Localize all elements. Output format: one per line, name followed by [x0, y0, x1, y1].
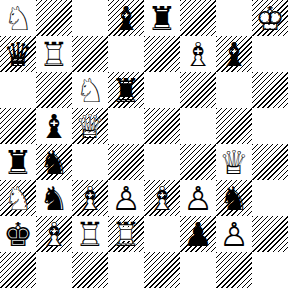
square-c3[interactable]: ♝♗ — [72, 180, 108, 216]
square-c5[interactable]: ♛♕ — [72, 108, 108, 144]
piece-glyph: ♜ — [0, 144, 36, 180]
square-d2[interactable]: ♜♖ — [108, 216, 144, 252]
piece-glyph: ♖ — [36, 36, 72, 72]
piece-black-pawn-f2[interactable]: ♟ — [180, 216, 216, 252]
square-h5[interactable] — [252, 108, 288, 144]
square-g4[interactable]: ♛♕ — [216, 144, 252, 180]
square-b3[interactable]: ♞ — [36, 180, 72, 216]
piece-glyph: ♜ — [108, 72, 144, 108]
piece-glyph: ♞ — [36, 180, 72, 216]
piece-glyph: ♘ — [72, 72, 108, 108]
piece-black-knight-b3[interactable]: ♞ — [36, 180, 72, 216]
square-h4[interactable] — [252, 144, 288, 180]
square-e5[interactable] — [144, 108, 180, 144]
piece-glyph: ♕ — [72, 108, 108, 144]
square-g5[interactable] — [216, 108, 252, 144]
square-d4[interactable] — [108, 144, 144, 180]
piece-glyph: ♗ — [36, 216, 72, 252]
piece-glyph: ♟ — [180, 216, 216, 252]
square-d8[interactable]: ♝ — [108, 0, 144, 36]
square-f2[interactable]: ♟ — [180, 216, 216, 252]
square-a5[interactable] — [0, 108, 36, 144]
square-h3[interactable] — [252, 180, 288, 216]
piece-glyph: ♙ — [180, 180, 216, 216]
piece-white-pawn-f3[interactable]: ♟♙ — [180, 180, 216, 216]
square-f3[interactable]: ♟♙ — [180, 180, 216, 216]
square-e2[interactable] — [144, 216, 180, 252]
square-g1[interactable] — [216, 252, 252, 288]
square-g6[interactable] — [216, 72, 252, 108]
square-g2[interactable]: ♟♙ — [216, 216, 252, 252]
square-f4[interactable] — [180, 144, 216, 180]
square-d5[interactable] — [108, 108, 144, 144]
piece-glyph: ♞ — [216, 180, 252, 216]
piece-white-bishop-b2[interactable]: ♝♗ — [36, 216, 72, 252]
square-c7[interactable] — [72, 36, 108, 72]
piece-black-knight-g3[interactable]: ♞ — [216, 180, 252, 216]
square-d1[interactable] — [108, 252, 144, 288]
square-b5[interactable]: ♝ — [36, 108, 72, 144]
piece-white-pawn-d3[interactable]: ♟♙ — [108, 180, 144, 216]
piece-glyph: ♔ — [252, 0, 288, 36]
square-a7[interactable]: ♛ — [0, 36, 36, 72]
piece-white-queen-c5[interactable]: ♛♕ — [72, 108, 108, 144]
piece-glyph: ♙ — [108, 180, 144, 216]
piece-black-knight-b4[interactable]: ♞ — [36, 144, 72, 180]
square-e7[interactable] — [144, 36, 180, 72]
square-e1[interactable] — [144, 252, 180, 288]
square-d3[interactable]: ♟♙ — [108, 180, 144, 216]
piece-black-rook-e8[interactable]: ♜ — [144, 0, 180, 36]
square-a6[interactable] — [0, 72, 36, 108]
piece-glyph: ♚ — [0, 216, 36, 252]
piece-white-king-h8[interactable]: ♚♔ — [252, 0, 288, 36]
piece-glyph: ♘ — [0, 180, 36, 216]
square-c6[interactable]: ♞♘ — [72, 72, 108, 108]
square-h8[interactable]: ♚♔ — [252, 0, 288, 36]
square-g8[interactable] — [216, 0, 252, 36]
square-b2[interactable]: ♝♗ — [36, 216, 72, 252]
piece-glyph: ♖ — [72, 216, 108, 252]
piece-white-knight-a3[interactable]: ♞♘ — [0, 180, 36, 216]
square-a4[interactable]: ♜ — [0, 144, 36, 180]
square-b7[interactable]: ♜♖ — [36, 36, 72, 72]
square-e4[interactable] — [144, 144, 180, 180]
square-h1[interactable] — [252, 252, 288, 288]
piece-glyph: ♗ — [180, 36, 216, 72]
chess-board: ♞♘♝♜♚♔♛♜♖♝♗♝♞♘♜♝♛♕♜♞♛♕♞♘♞♝♗♟♙♝♗♟♙♞♚♝♗♜♖♜… — [0, 0, 288, 288]
square-a2[interactable]: ♚ — [0, 216, 36, 252]
square-g3[interactable]: ♞ — [216, 180, 252, 216]
square-h6[interactable] — [252, 72, 288, 108]
square-f8[interactable] — [180, 0, 216, 36]
piece-glyph: ♖ — [108, 216, 144, 252]
square-f5[interactable] — [180, 108, 216, 144]
piece-black-queen-a7[interactable]: ♛ — [0, 36, 36, 72]
piece-glyph: ♛ — [0, 36, 36, 72]
piece-white-bishop-c3[interactable]: ♝♗ — [72, 180, 108, 216]
square-f1[interactable] — [180, 252, 216, 288]
square-a1[interactable] — [0, 252, 36, 288]
piece-white-pawn-g2[interactable]: ♟♙ — [216, 216, 252, 252]
piece-white-rook-b7[interactable]: ♜♖ — [36, 36, 72, 72]
piece-white-queen-g4[interactable]: ♛♕ — [216, 144, 252, 180]
square-b8[interactable] — [36, 0, 72, 36]
piece-glyph: ♞ — [36, 144, 72, 180]
piece-black-bishop-b5[interactable]: ♝ — [36, 108, 72, 144]
square-b6[interactable] — [36, 72, 72, 108]
piece-glyph: ♙ — [216, 216, 252, 252]
square-g7[interactable]: ♝ — [216, 36, 252, 72]
piece-glyph: ♝ — [108, 0, 144, 36]
square-c1[interactable] — [72, 252, 108, 288]
piece-glyph: ♗ — [72, 180, 108, 216]
piece-black-bishop-g7[interactable]: ♝ — [216, 36, 252, 72]
piece-glyph: ♜ — [144, 0, 180, 36]
square-f7[interactable]: ♝♗ — [180, 36, 216, 72]
piece-black-rook-d6[interactable]: ♜ — [108, 72, 144, 108]
square-h2[interactable] — [252, 216, 288, 252]
piece-glyph: ♝ — [216, 36, 252, 72]
piece-glyph: ♗ — [144, 180, 180, 216]
piece-black-rook-a4[interactable]: ♜ — [0, 144, 36, 180]
square-h7[interactable] — [252, 36, 288, 72]
square-c4[interactable] — [72, 144, 108, 180]
piece-white-bishop-e3[interactable]: ♝♗ — [144, 180, 180, 216]
piece-glyph: ♝ — [36, 108, 72, 144]
piece-glyph: ♘ — [0, 0, 36, 36]
square-c2[interactable]: ♜♖ — [72, 216, 108, 252]
square-a3[interactable]: ♞♘ — [0, 180, 36, 216]
square-d6[interactable]: ♜ — [108, 72, 144, 108]
piece-white-bishop-f7[interactable]: ♝♗ — [180, 36, 216, 72]
square-d7[interactable] — [108, 36, 144, 72]
piece-glyph: ♕ — [216, 144, 252, 180]
piece-white-rook-c2[interactable]: ♜♖ — [72, 216, 108, 252]
piece-black-bishop-d8[interactable]: ♝ — [108, 0, 144, 36]
square-b1[interactable] — [36, 252, 72, 288]
square-e8[interactable]: ♜ — [144, 0, 180, 36]
square-f6[interactable] — [180, 72, 216, 108]
square-e6[interactable] — [144, 72, 180, 108]
square-e3[interactable]: ♝♗ — [144, 180, 180, 216]
square-c8[interactable] — [72, 0, 108, 36]
piece-white-knight-a8[interactable]: ♞♘ — [0, 0, 36, 36]
piece-white-rook-d2[interactable]: ♜♖ — [108, 216, 144, 252]
piece-white-knight-c6[interactable]: ♞♘ — [72, 72, 108, 108]
square-b4[interactable]: ♞ — [36, 144, 72, 180]
square-a8[interactable]: ♞♘ — [0, 0, 36, 36]
piece-black-king-a2[interactable]: ♚ — [0, 216, 36, 252]
